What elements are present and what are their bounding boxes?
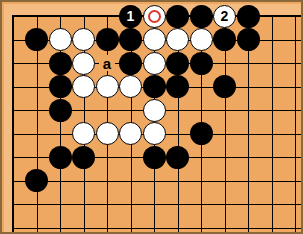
white-stone	[72, 75, 95, 98]
grid-line-horizontal	[12, 228, 303, 229]
white-stone	[96, 75, 119, 98]
white-stone	[96, 122, 119, 145]
black-stone	[72, 146, 95, 169]
point-label: a	[99, 55, 115, 71]
black-stone	[166, 5, 189, 28]
black-stone	[119, 28, 142, 51]
stone-number: 1	[119, 5, 142, 28]
black-stone	[190, 52, 213, 75]
white-stone	[143, 28, 166, 51]
black-stone	[190, 122, 213, 145]
black-stone	[190, 5, 213, 28]
white-stone	[72, 28, 95, 51]
black-stone	[237, 28, 260, 51]
white-stone	[119, 122, 142, 145]
grid-line-vertical	[295, 15, 296, 234]
white-stone	[119, 75, 142, 98]
black-stone	[237, 5, 260, 28]
black-stone	[49, 146, 72, 169]
grid-line-vertical	[272, 15, 273, 234]
white-stone	[190, 28, 213, 51]
white-stone	[143, 99, 166, 122]
white-stone	[143, 52, 166, 75]
white-stone	[166, 28, 189, 51]
white-stone	[143, 122, 166, 145]
black-stone	[143, 75, 166, 98]
black-stone	[166, 75, 189, 98]
black-stone	[25, 169, 48, 192]
board-edge-line-left	[12, 15, 14, 234]
go-diagram: a12	[0, 0, 303, 234]
grid-line-horizontal	[12, 204, 303, 205]
white-stone	[72, 52, 95, 75]
go-board: a12	[2, 2, 301, 232]
black-stone	[25, 28, 48, 51]
stone-number: 2	[213, 5, 236, 28]
black-stone	[143, 146, 166, 169]
black-stone	[49, 52, 72, 75]
black-stone	[96, 28, 119, 51]
black-stone	[213, 75, 236, 98]
black-stone	[49, 99, 72, 122]
white-stone	[72, 122, 95, 145]
grid-line-horizontal	[12, 181, 303, 182]
black-stone	[166, 146, 189, 169]
black-stone	[166, 52, 189, 75]
black-stone	[49, 75, 72, 98]
circle-marker	[148, 10, 161, 23]
board-margin-left	[4, 4, 12, 234]
white-stone	[49, 28, 72, 51]
black-stone	[213, 28, 236, 51]
black-stone	[119, 52, 142, 75]
